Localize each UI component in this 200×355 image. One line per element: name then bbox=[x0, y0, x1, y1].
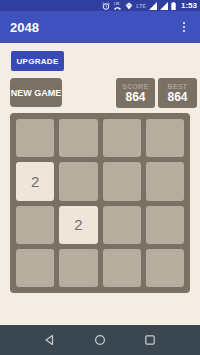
home-button[interactable] bbox=[92, 332, 108, 348]
empty-cell bbox=[103, 249, 141, 287]
signal-sim2-icon bbox=[160, 2, 168, 10]
content-area: UPGRADE NEW GAME SCORE 864 BEST 864 22 bbox=[0, 43, 200, 293]
empty-cell bbox=[146, 249, 184, 287]
score-box: SCORE 864 bbox=[116, 78, 155, 108]
tile-2: 2 bbox=[59, 206, 97, 244]
nav-bar bbox=[0, 325, 200, 355]
new-game-button[interactable]: NEW GAME bbox=[10, 78, 62, 107]
upgrade-button[interactable]: UPGRADE bbox=[11, 51, 64, 71]
score-value: 864 bbox=[125, 91, 145, 104]
gem-icon bbox=[125, 2, 133, 10]
score-panel: SCORE 864 BEST 864 bbox=[116, 78, 197, 108]
signal-sim1-icon bbox=[149, 2, 157, 10]
empty-cell bbox=[16, 249, 54, 287]
tile-2: 2 bbox=[16, 162, 54, 200]
recents-button[interactable] bbox=[142, 332, 158, 348]
lte-label: LTE bbox=[136, 3, 146, 9]
status-bar: LTE LTE 1:53 bbox=[0, 0, 200, 11]
alarm-icon bbox=[102, 2, 110, 10]
overflow-menu-icon[interactable] bbox=[178, 19, 190, 35]
game-board[interactable]: 22 bbox=[10, 113, 190, 293]
best-value: 864 bbox=[167, 91, 187, 104]
best-box: BEST 864 bbox=[158, 78, 197, 108]
empty-cell bbox=[103, 206, 141, 244]
app-bar: 2048 bbox=[0, 11, 200, 43]
empty-cell bbox=[146, 206, 184, 244]
back-button[interactable] bbox=[42, 332, 58, 348]
controls-row: NEW GAME SCORE 864 BEST 864 bbox=[0, 78, 200, 108]
svg-text:LTE: LTE bbox=[114, 2, 119, 6]
empty-cell bbox=[59, 119, 97, 157]
status-time: 1:53 bbox=[181, 1, 197, 10]
empty-cell bbox=[16, 119, 54, 157]
empty-cell bbox=[59, 162, 97, 200]
app-title: 2048 bbox=[10, 20, 178, 35]
empty-cell bbox=[59, 249, 97, 287]
empty-cell bbox=[146, 162, 184, 200]
empty-cell bbox=[103, 119, 141, 157]
empty-cell bbox=[16, 206, 54, 244]
battery-icon bbox=[171, 2, 176, 10]
empty-cell bbox=[103, 162, 141, 200]
volte-phone-icon: LTE bbox=[113, 2, 122, 10]
empty-cell bbox=[146, 119, 184, 157]
